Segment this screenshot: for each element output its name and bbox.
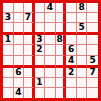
cell-r9c5[interactable] (45, 88, 56, 98)
cell-r1c4[interactable] (35, 3, 46, 13)
cell-r9c8[interactable] (77, 88, 88, 98)
cell-r8c6[interactable] (56, 78, 67, 88)
cell-r2c6[interactable] (56, 13, 67, 23)
cell-r3c3[interactable] (24, 23, 35, 35)
cell-r6c3[interactable] (24, 56, 35, 68)
cell-r7c6[interactable] (56, 68, 67, 78)
cell-r5c5[interactable] (45, 45, 56, 55)
cell-r4c2[interactable] (14, 35, 25, 45)
cell-r1c7[interactable] (66, 3, 77, 13)
cell-r4c6[interactable]: 8 (56, 35, 67, 45)
cell-r3c9[interactable] (87, 23, 98, 35)
cell-r7c9[interactable]: 7 (87, 68, 98, 78)
cell-r7c2[interactable]: 6 (14, 68, 25, 78)
cell-r9c9[interactable] (87, 88, 98, 98)
cell-r1c6[interactable] (56, 3, 67, 13)
cell-r2c3[interactable]: 7 (24, 13, 35, 23)
cell-r9c2[interactable]: 4 (14, 88, 25, 98)
cell-r5c3[interactable] (24, 45, 35, 55)
cell-r4c5[interactable] (45, 35, 56, 45)
cell-r5c4[interactable]: 2 (35, 45, 46, 55)
cell-r6c1[interactable] (3, 56, 14, 68)
cell-r8c5[interactable] (45, 78, 56, 88)
cell-r3c7[interactable] (66, 23, 77, 35)
cell-r9c1[interactable] (3, 88, 14, 98)
cell-r9c6[interactable] (56, 88, 67, 98)
cell-r7c1[interactable] (3, 68, 14, 78)
cell-r1c8[interactable]: 8 (77, 3, 88, 13)
cell-r3c2[interactable] (14, 23, 25, 35)
cell-r8c7[interactable] (66, 78, 77, 88)
cell-r4c9[interactable] (87, 35, 98, 45)
cell-r9c7[interactable] (66, 88, 77, 98)
cell-r8c4[interactable]: 1 (35, 78, 46, 88)
cell-r8c2[interactable] (14, 78, 25, 88)
cell-r1c5[interactable]: 4 (45, 3, 56, 13)
cell-r8c8[interactable] (77, 78, 88, 88)
cell-r6c5[interactable] (45, 56, 56, 68)
cell-r1c9[interactable] (87, 3, 98, 13)
sudoku-board: 4 8 3 7 5 1 3 8 2 6 4 5 6 2 7 (0, 0, 101, 101)
cell-r6c7[interactable]: 4 (66, 56, 77, 68)
cell-r2c5[interactable] (45, 13, 56, 23)
cell-r2c7[interactable] (66, 13, 77, 23)
cell-r2c2[interactable] (14, 13, 25, 23)
cell-r8c1[interactable] (3, 78, 14, 88)
cell-r5c2[interactable] (14, 45, 25, 55)
cell-r9c3[interactable] (24, 88, 35, 98)
cell-r1c2[interactable] (14, 3, 25, 13)
cell-r8c3[interactable] (24, 78, 35, 88)
cell-r2c9[interactable] (87, 13, 98, 23)
cell-r7c7[interactable]: 2 (66, 68, 77, 78)
cell-r7c8[interactable] (77, 68, 88, 78)
cell-r8c9[interactable] (87, 78, 98, 88)
cell-r3c8[interactable]: 5 (77, 23, 88, 35)
cell-r6c9[interactable]: 5 (87, 56, 98, 68)
cell-r6c4[interactable] (35, 56, 46, 68)
cell-r4c1[interactable]: 1 (3, 35, 14, 45)
cell-r4c8[interactable] (77, 35, 88, 45)
cell-r7c3[interactable] (24, 68, 35, 78)
cell-r5c1[interactable] (3, 45, 14, 55)
cell-r4c3[interactable] (24, 35, 35, 45)
cell-r6c8[interactable] (77, 56, 88, 68)
cell-r2c1[interactable]: 3 (3, 13, 14, 23)
cell-r7c5[interactable] (45, 68, 56, 78)
cell-r5c6[interactable] (56, 45, 67, 55)
cell-r6c2[interactable] (14, 56, 25, 68)
cell-r2c4[interactable] (35, 13, 46, 23)
cell-r3c5[interactable] (45, 23, 56, 35)
cell-r5c8[interactable] (77, 45, 88, 55)
cell-r9c4[interactable] (35, 88, 46, 98)
cell-r6c6[interactable] (56, 56, 67, 68)
